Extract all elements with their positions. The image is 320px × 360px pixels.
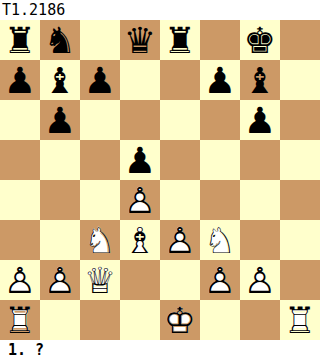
square-h7[interactable]: [280, 60, 320, 100]
square-d7[interactable]: [120, 60, 160, 100]
puzzle-id: T1.2186: [2, 1, 65, 19]
square-b8[interactable]: ♞: [40, 20, 80, 60]
black-bishop-glyph: ♝: [240, 60, 280, 100]
white-knight: ♞♘: [200, 220, 240, 260]
move-prompt: 1. ?: [8, 341, 44, 359]
square-g6[interactable]: ♟: [240, 100, 280, 140]
black-pawn-glyph: ♟: [40, 100, 80, 140]
square-h4[interactable]: [280, 180, 320, 220]
square-e2[interactable]: [160, 260, 200, 300]
square-h1[interactable]: ♜♖: [280, 300, 320, 340]
black-pawn: ♟: [120, 140, 160, 180]
square-a8[interactable]: ♜: [0, 20, 40, 60]
white-knight-outline: ♘: [80, 220, 120, 260]
black-queen: ♛: [120, 20, 160, 60]
square-g5[interactable]: [240, 140, 280, 180]
square-a5[interactable]: [0, 140, 40, 180]
white-pawn-outline: ♙: [0, 260, 40, 300]
square-a6[interactable]: [0, 100, 40, 140]
square-b5[interactable]: [40, 140, 80, 180]
white-queen: ♛♕: [80, 260, 120, 300]
square-d2[interactable]: [120, 260, 160, 300]
white-rook-outline: ♖: [280, 300, 320, 340]
square-h2[interactable]: [280, 260, 320, 300]
white-pawn: ♟♙: [0, 260, 40, 300]
square-g2[interactable]: ♟♙: [240, 260, 280, 300]
title-bar: T1.2186: [0, 0, 320, 20]
black-pawn-glyph: ♟: [120, 140, 160, 180]
black-pawn-glyph: ♟: [80, 60, 120, 100]
black-bishop: ♝: [240, 60, 280, 100]
square-b6[interactable]: ♟: [40, 100, 80, 140]
square-e1[interactable]: ♚♔: [160, 300, 200, 340]
square-f2[interactable]: ♟♙: [200, 260, 240, 300]
white-pawn-outline: ♙: [40, 260, 80, 300]
square-a4[interactable]: [0, 180, 40, 220]
black-rook: ♜: [160, 20, 200, 60]
square-a3[interactable]: [0, 220, 40, 260]
white-queen-outline: ♕: [80, 260, 120, 300]
black-pawn-glyph: ♟: [240, 100, 280, 140]
square-c8[interactable]: [80, 20, 120, 60]
black-pawn: ♟: [0, 60, 40, 100]
square-h6[interactable]: [280, 100, 320, 140]
square-f1[interactable]: [200, 300, 240, 340]
black-knight-glyph: ♞: [40, 20, 80, 60]
square-d6[interactable]: [120, 100, 160, 140]
square-c4[interactable]: [80, 180, 120, 220]
square-d8[interactable]: ♛: [120, 20, 160, 60]
square-f4[interactable]: [200, 180, 240, 220]
square-d5[interactable]: ♟: [120, 140, 160, 180]
square-b2[interactable]: ♟♙: [40, 260, 80, 300]
white-king: ♚♔: [160, 300, 200, 340]
square-d4[interactable]: ♟♙: [120, 180, 160, 220]
black-king: ♚: [240, 20, 280, 60]
white-pawn: ♟♙: [240, 260, 280, 300]
square-a2[interactable]: ♟♙: [0, 260, 40, 300]
white-pawn: ♟♙: [200, 260, 240, 300]
white-pawn: ♟♙: [160, 220, 200, 260]
black-knight: ♞: [40, 20, 80, 60]
black-pawn-glyph: ♟: [0, 60, 40, 100]
square-c7[interactable]: ♟: [80, 60, 120, 100]
white-pawn-outline: ♙: [200, 260, 240, 300]
square-g4[interactable]: [240, 180, 280, 220]
white-pawn-outline: ♙: [240, 260, 280, 300]
square-f6[interactable]: [200, 100, 240, 140]
square-b4[interactable]: [40, 180, 80, 220]
square-c2[interactable]: ♛♕: [80, 260, 120, 300]
square-d3[interactable]: ♝♗: [120, 220, 160, 260]
white-pawn: ♟♙: [40, 260, 80, 300]
white-rook-outline: ♖: [0, 300, 40, 340]
chess-board: ♜♞♛♜♚♟♝♟♟♝♟♟♟♟♙♞♘♝♗♟♙♞♘♟♙♟♙♛♕♟♙♟♙♜♖♚♔♜♖: [0, 20, 320, 340]
black-pawn: ♟: [240, 100, 280, 140]
square-f8[interactable]: [200, 20, 240, 60]
status-bar: 1. ?: [0, 340, 320, 360]
square-g1[interactable]: [240, 300, 280, 340]
black-pawn: ♟: [40, 100, 80, 140]
white-bishop-outline: ♗: [120, 220, 160, 260]
white-rook: ♜♖: [280, 300, 320, 340]
square-e5[interactable]: [160, 140, 200, 180]
square-c6[interactable]: [80, 100, 120, 140]
square-h3[interactable]: [280, 220, 320, 260]
square-g3[interactable]: [240, 220, 280, 260]
square-f3[interactable]: ♞♘: [200, 220, 240, 260]
white-pawn: ♟♙: [120, 180, 160, 220]
black-bishop: ♝: [40, 60, 80, 100]
square-e4[interactable]: [160, 180, 200, 220]
white-pawn-outline: ♙: [120, 180, 160, 220]
black-rook-glyph: ♜: [160, 20, 200, 60]
white-pawn-outline: ♙: [160, 220, 200, 260]
square-e3[interactable]: ♟♙: [160, 220, 200, 260]
white-bishop: ♝♗: [120, 220, 160, 260]
square-g8[interactable]: ♚: [240, 20, 280, 60]
black-rook: ♜: [0, 20, 40, 60]
square-f5[interactable]: [200, 140, 240, 180]
square-h8[interactable]: [280, 20, 320, 60]
black-rook-glyph: ♜: [0, 20, 40, 60]
square-e6[interactable]: [160, 100, 200, 140]
square-c1[interactable]: [80, 300, 120, 340]
square-d1[interactable]: [120, 300, 160, 340]
square-c5[interactable]: [80, 140, 120, 180]
square-e7[interactable]: [160, 60, 200, 100]
square-a7[interactable]: ♟: [0, 60, 40, 100]
white-rook: ♜♖: [0, 300, 40, 340]
white-knight-outline: ♘: [200, 220, 240, 260]
white-knight: ♞♘: [80, 220, 120, 260]
square-b3[interactable]: [40, 220, 80, 260]
black-pawn-glyph: ♟: [200, 60, 240, 100]
white-king-outline: ♔: [160, 300, 200, 340]
square-b7[interactable]: ♝: [40, 60, 80, 100]
black-queen-glyph: ♛: [120, 20, 160, 60]
square-g7[interactable]: ♝: [240, 60, 280, 100]
black-pawn: ♟: [200, 60, 240, 100]
square-b1[interactable]: [40, 300, 80, 340]
black-pawn: ♟: [80, 60, 120, 100]
black-king-glyph: ♚: [240, 20, 280, 60]
square-f7[interactable]: ♟: [200, 60, 240, 100]
square-h5[interactable]: [280, 140, 320, 180]
square-e8[interactable]: ♜: [160, 20, 200, 60]
square-a1[interactable]: ♜♖: [0, 300, 40, 340]
square-c3[interactable]: ♞♘: [80, 220, 120, 260]
black-bishop-glyph: ♝: [40, 60, 80, 100]
